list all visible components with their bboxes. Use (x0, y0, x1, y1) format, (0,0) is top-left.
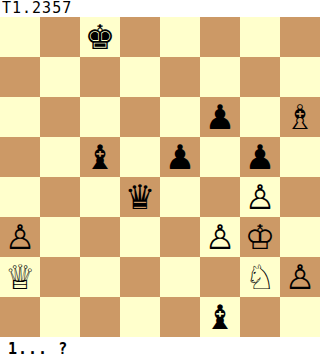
square-g4[interactable]: ♙ (240, 177, 280, 217)
square-c2[interactable] (80, 257, 120, 297)
square-c3[interactable] (80, 217, 120, 257)
puzzle-id: T1.2357 (2, 0, 72, 16)
square-b3[interactable] (40, 217, 80, 257)
square-h4[interactable] (280, 177, 320, 217)
square-g8[interactable] (240, 17, 280, 57)
square-g7[interactable] (240, 57, 280, 97)
piece-wN[interactable]: ♘ (245, 257, 275, 297)
square-c4[interactable] (80, 177, 120, 217)
square-a7[interactable] (0, 57, 40, 97)
chess-board: ♚♟♗♝♟♟♛♙♙♙♔♕♘♙♝ (0, 17, 320, 337)
square-a3[interactable]: ♙ (0, 217, 40, 257)
square-f5[interactable] (200, 137, 240, 177)
square-d2[interactable] (120, 257, 160, 297)
piece-wK[interactable]: ♔ (245, 217, 275, 257)
square-g1[interactable] (240, 297, 280, 337)
piece-bB[interactable]: ♝ (85, 137, 115, 177)
square-b8[interactable] (40, 17, 80, 57)
square-a5[interactable] (0, 137, 40, 177)
square-e4[interactable] (160, 177, 200, 217)
square-g5[interactable]: ♟ (240, 137, 280, 177)
square-d4[interactable]: ♛ (120, 177, 160, 217)
square-a2[interactable]: ♕ (0, 257, 40, 297)
square-e2[interactable] (160, 257, 200, 297)
square-a8[interactable] (0, 17, 40, 57)
piece-bP[interactable]: ♟ (245, 137, 275, 177)
square-e7[interactable] (160, 57, 200, 97)
piece-bP[interactable]: ♟ (205, 97, 235, 137)
piece-bB[interactable]: ♝ (205, 297, 235, 337)
square-d6[interactable] (120, 97, 160, 137)
square-a6[interactable] (0, 97, 40, 137)
square-f8[interactable] (200, 17, 240, 57)
piece-wP[interactable]: ♙ (205, 217, 235, 257)
square-c5[interactable]: ♝ (80, 137, 120, 177)
piece-bQ[interactable]: ♛ (125, 177, 155, 217)
square-b2[interactable] (40, 257, 80, 297)
footer-bar: 1... ? (0, 337, 320, 360)
square-c1[interactable] (80, 297, 120, 337)
square-b5[interactable] (40, 137, 80, 177)
square-f4[interactable] (200, 177, 240, 217)
title-bar: T1.2357 (0, 0, 320, 17)
square-d5[interactable] (120, 137, 160, 177)
square-h6[interactable]: ♗ (280, 97, 320, 137)
square-g3[interactable]: ♔ (240, 217, 280, 257)
square-g6[interactable] (240, 97, 280, 137)
square-c7[interactable] (80, 57, 120, 97)
square-e5[interactable]: ♟ (160, 137, 200, 177)
square-g2[interactable]: ♘ (240, 257, 280, 297)
square-f2[interactable] (200, 257, 240, 297)
square-h7[interactable] (280, 57, 320, 97)
square-d7[interactable] (120, 57, 160, 97)
square-h3[interactable] (280, 217, 320, 257)
square-f1[interactable]: ♝ (200, 297, 240, 337)
piece-bP[interactable]: ♟ (165, 137, 195, 177)
square-b4[interactable] (40, 177, 80, 217)
square-f7[interactable] (200, 57, 240, 97)
move-prompt: 1... ? (8, 340, 68, 358)
square-d3[interactable] (120, 217, 160, 257)
piece-wQ[interactable]: ♕ (5, 257, 35, 297)
piece-wP[interactable]: ♙ (5, 217, 35, 257)
square-h8[interactable] (280, 17, 320, 57)
square-e6[interactable] (160, 97, 200, 137)
piece-wP[interactable]: ♙ (245, 177, 275, 217)
square-a4[interactable] (0, 177, 40, 217)
square-e8[interactable] (160, 17, 200, 57)
square-h5[interactable] (280, 137, 320, 177)
square-f3[interactable]: ♙ (200, 217, 240, 257)
square-c8[interactable]: ♚ (80, 17, 120, 57)
piece-wP[interactable]: ♙ (285, 257, 315, 297)
square-c6[interactable] (80, 97, 120, 137)
square-e3[interactable] (160, 217, 200, 257)
square-e1[interactable] (160, 297, 200, 337)
square-f6[interactable]: ♟ (200, 97, 240, 137)
square-h1[interactable] (280, 297, 320, 337)
square-d8[interactable] (120, 17, 160, 57)
piece-bK[interactable]: ♚ (85, 17, 115, 57)
square-d1[interactable] (120, 297, 160, 337)
square-b1[interactable] (40, 297, 80, 337)
square-b6[interactable] (40, 97, 80, 137)
square-b7[interactable] (40, 57, 80, 97)
piece-wB[interactable]: ♗ (285, 97, 315, 137)
square-h2[interactable]: ♙ (280, 257, 320, 297)
square-a1[interactable] (0, 297, 40, 337)
